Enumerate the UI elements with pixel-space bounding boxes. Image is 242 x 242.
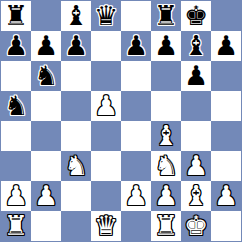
black-queen-piece[interactable]: ♛: [94, 2, 118, 29]
square-a7[interactable]: ♟: [1, 31, 31, 61]
square-d1[interactable]: ♛: [91, 211, 121, 241]
square-d5[interactable]: ♟: [91, 91, 121, 121]
square-c6[interactable]: [61, 61, 91, 91]
square-b2[interactable]: ♟: [31, 181, 61, 211]
white-queen-piece[interactable]: ♛: [94, 212, 118, 239]
chess-board-container: ♜♝♛♜♚♟♟♟♟♟♝♟♞♟♞♟♝♞♞♟♟♟♟♟♝♟♜♛♜♚: [0, 0, 242, 242]
black-knight-piece[interactable]: ♞: [4, 92, 28, 119]
square-d4[interactable]: [91, 121, 121, 151]
square-c5[interactable]: [61, 91, 91, 121]
square-e7[interactable]: ♟: [121, 31, 151, 61]
square-c2[interactable]: [61, 181, 91, 211]
square-f3[interactable]: ♞: [151, 151, 181, 181]
black-king-piece[interactable]: ♚: [184, 2, 208, 29]
square-b7[interactable]: ♟: [31, 31, 61, 61]
black-pawn-piece[interactable]: ♟: [124, 32, 148, 59]
square-h8[interactable]: [211, 1, 241, 31]
black-pawn-piece[interactable]: ♟: [4, 32, 28, 59]
white-pawn-piece[interactable]: ♟: [124, 182, 148, 209]
square-d2[interactable]: [91, 181, 121, 211]
square-h1[interactable]: [211, 211, 241, 241]
square-b6[interactable]: ♞: [31, 61, 61, 91]
square-g3[interactable]: ♟: [181, 151, 211, 181]
square-e1[interactable]: [121, 211, 151, 241]
square-e3[interactable]: [121, 151, 151, 181]
square-g4[interactable]: [181, 121, 211, 151]
square-d3[interactable]: [91, 151, 121, 181]
square-h4[interactable]: [211, 121, 241, 151]
square-a4[interactable]: [1, 121, 31, 151]
square-g2[interactable]: ♝: [181, 181, 211, 211]
square-a2[interactable]: ♟: [1, 181, 31, 211]
square-e5[interactable]: [121, 91, 151, 121]
square-h5[interactable]: [211, 91, 241, 121]
square-g1[interactable]: ♚: [181, 211, 211, 241]
black-rook-piece[interactable]: ♜: [154, 2, 178, 29]
square-b3[interactable]: [31, 151, 61, 181]
square-a5[interactable]: ♞: [1, 91, 31, 121]
white-bishop-piece[interactable]: ♝: [154, 122, 178, 149]
square-f2[interactable]: ♟: [151, 181, 181, 211]
square-d7[interactable]: [91, 31, 121, 61]
square-b8[interactable]: [31, 1, 61, 31]
white-pawn-piece[interactable]: ♟: [94, 92, 118, 119]
square-a1[interactable]: ♜: [1, 211, 31, 241]
square-d8[interactable]: ♛: [91, 1, 121, 31]
square-c4[interactable]: [61, 121, 91, 151]
square-h6[interactable]: [211, 61, 241, 91]
square-c1[interactable]: [61, 211, 91, 241]
square-g6[interactable]: ♟: [181, 61, 211, 91]
square-g5[interactable]: [181, 91, 211, 121]
square-f5[interactable]: [151, 91, 181, 121]
square-h3[interactable]: [211, 151, 241, 181]
square-h2[interactable]: ♟: [211, 181, 241, 211]
square-f6[interactable]: [151, 61, 181, 91]
black-pawn-piece[interactable]: ♟: [154, 32, 178, 59]
square-a3[interactable]: [1, 151, 31, 181]
black-pawn-piece[interactable]: ♟: [214, 32, 238, 59]
white-rook-piece[interactable]: ♜: [4, 212, 28, 239]
square-a6[interactable]: [1, 61, 31, 91]
black-knight-piece[interactable]: ♞: [34, 62, 58, 89]
square-f1[interactable]: ♜: [151, 211, 181, 241]
white-pawn-piece[interactable]: ♟: [214, 182, 238, 209]
square-e4[interactable]: [121, 121, 151, 151]
square-c8[interactable]: ♝: [61, 1, 91, 31]
square-e2[interactable]: ♟: [121, 181, 151, 211]
square-d6[interactable]: [91, 61, 121, 91]
square-b5[interactable]: [31, 91, 61, 121]
black-rook-piece[interactable]: ♜: [4, 2, 28, 29]
square-b1[interactable]: [31, 211, 61, 241]
white-bishop-piece[interactable]: ♝: [184, 182, 208, 209]
square-g8[interactable]: ♚: [181, 1, 211, 31]
black-bishop-piece[interactable]: ♝: [184, 32, 208, 59]
white-knight-piece[interactable]: ♞: [64, 152, 88, 179]
white-king-piece[interactable]: ♚: [184, 212, 208, 239]
chess-board: ♜♝♛♜♚♟♟♟♟♟♝♟♞♟♞♟♝♞♞♟♟♟♟♟♝♟♜♛♜♚: [0, 0, 242, 242]
white-knight-piece[interactable]: ♞: [154, 152, 178, 179]
square-g7[interactable]: ♝: [181, 31, 211, 61]
black-pawn-piece[interactable]: ♟: [64, 32, 88, 59]
white-pawn-piece[interactable]: ♟: [34, 182, 58, 209]
white-rook-piece[interactable]: ♜: [154, 212, 178, 239]
square-e6[interactable]: [121, 61, 151, 91]
square-f7[interactable]: ♟: [151, 31, 181, 61]
square-c7[interactable]: ♟: [61, 31, 91, 61]
black-pawn-piece[interactable]: ♟: [34, 32, 58, 59]
white-pawn-piece[interactable]: ♟: [154, 182, 178, 209]
square-e8[interactable]: [121, 1, 151, 31]
square-h7[interactable]: ♟: [211, 31, 241, 61]
black-bishop-piece[interactable]: ♝: [64, 2, 88, 29]
black-pawn-piece[interactable]: ♟: [184, 62, 208, 89]
square-c3[interactable]: ♞: [61, 151, 91, 181]
square-f8[interactable]: ♜: [151, 1, 181, 31]
white-pawn-piece[interactable]: ♟: [4, 182, 28, 209]
square-f4[interactable]: ♝: [151, 121, 181, 151]
white-pawn-piece[interactable]: ♟: [184, 152, 208, 179]
square-a8[interactable]: ♜: [1, 1, 31, 31]
square-b4[interactable]: [31, 121, 61, 151]
